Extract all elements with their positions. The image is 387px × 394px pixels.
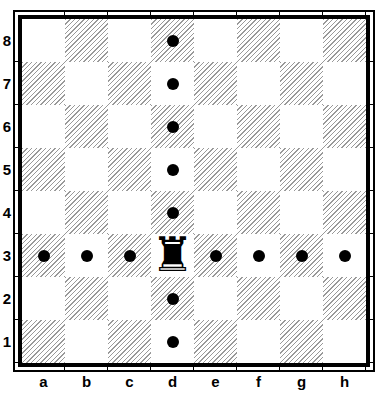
move-dot <box>167 293 179 305</box>
move-dot <box>167 164 179 176</box>
square-d3[interactable]: ♜ <box>151 234 194 277</box>
square-e8[interactable] <box>194 19 237 62</box>
square-g3[interactable] <box>280 234 323 277</box>
square-f1[interactable] <box>237 320 280 363</box>
square-c5[interactable] <box>108 148 151 191</box>
square-h1[interactable] <box>323 320 366 363</box>
square-h2[interactable] <box>323 277 366 320</box>
file-label-d: d <box>151 372 194 392</box>
move-dot <box>167 78 179 90</box>
file-label-a: a <box>22 372 65 392</box>
square-b1[interactable] <box>65 320 108 363</box>
square-h6[interactable] <box>323 105 366 148</box>
square-b2[interactable] <box>65 277 108 320</box>
square-a6[interactable] <box>22 105 65 148</box>
rank-label-7: 7 <box>0 62 14 105</box>
move-dot <box>167 121 179 133</box>
square-f6[interactable] <box>237 105 280 148</box>
square-h8[interactable] <box>323 19 366 62</box>
square-a3[interactable] <box>22 234 65 277</box>
square-a8[interactable] <box>22 19 65 62</box>
rank-label-2: 2 <box>0 277 14 320</box>
square-e7[interactable] <box>194 62 237 105</box>
square-f4[interactable] <box>237 191 280 234</box>
square-h5[interactable] <box>323 148 366 191</box>
move-dot <box>167 336 179 348</box>
square-f8[interactable] <box>237 19 280 62</box>
chess-board: ♜ <box>13 10 375 372</box>
square-e3[interactable] <box>194 234 237 277</box>
square-e5[interactable] <box>194 148 237 191</box>
move-dot <box>210 250 222 262</box>
file-label-b: b <box>65 372 108 392</box>
file-label-c: c <box>108 372 151 392</box>
frame-ticks-right <box>370 19 373 363</box>
file-label-f: f <box>237 372 280 392</box>
square-c8[interactable] <box>108 19 151 62</box>
square-g2[interactable] <box>280 277 323 320</box>
square-e1[interactable] <box>194 320 237 363</box>
square-c3[interactable] <box>108 234 151 277</box>
file-label-h: h <box>323 372 366 392</box>
square-g6[interactable] <box>280 105 323 148</box>
square-g7[interactable] <box>280 62 323 105</box>
square-a2[interactable] <box>22 277 65 320</box>
square-c1[interactable] <box>108 320 151 363</box>
square-b3[interactable] <box>65 234 108 277</box>
square-e4[interactable] <box>194 191 237 234</box>
file-label-g: g <box>280 372 323 392</box>
square-b5[interactable] <box>65 148 108 191</box>
board-frame: ♜ <box>18 15 370 367</box>
move-dot <box>38 250 50 262</box>
square-f7[interactable] <box>237 62 280 105</box>
square-a4[interactable] <box>22 191 65 234</box>
rank-label-1: 1 <box>0 320 14 363</box>
square-c4[interactable] <box>108 191 151 234</box>
square-c7[interactable] <box>108 62 151 105</box>
board-grid: ♜ <box>22 19 366 363</box>
square-e6[interactable] <box>194 105 237 148</box>
move-dot <box>167 207 179 219</box>
square-g8[interactable] <box>280 19 323 62</box>
move-dot <box>296 250 308 262</box>
frame-ticks-bottom <box>22 367 366 370</box>
square-d7[interactable] <box>151 62 194 105</box>
square-d8[interactable] <box>151 19 194 62</box>
square-g1[interactable] <box>280 320 323 363</box>
square-h3[interactable] <box>323 234 366 277</box>
square-b8[interactable] <box>65 19 108 62</box>
square-d1[interactable] <box>151 320 194 363</box>
square-d2[interactable] <box>151 277 194 320</box>
square-f3[interactable] <box>237 234 280 277</box>
move-dot <box>81 250 93 262</box>
move-dot <box>167 35 179 47</box>
square-a5[interactable] <box>22 148 65 191</box>
square-c6[interactable] <box>108 105 151 148</box>
square-h7[interactable] <box>323 62 366 105</box>
move-dot <box>253 250 265 262</box>
move-dot <box>339 250 351 262</box>
square-h4[interactable] <box>323 191 366 234</box>
rank-label-4: 4 <box>0 191 14 234</box>
square-a1[interactable] <box>22 320 65 363</box>
square-d5[interactable] <box>151 148 194 191</box>
black-rook: ♜ <box>151 233 194 276</box>
file-labels: a b c d e f g h <box>22 372 366 392</box>
file-label-e: e <box>194 372 237 392</box>
rank-label-8: 8 <box>0 19 14 62</box>
square-a7[interactable] <box>22 62 65 105</box>
square-b6[interactable] <box>65 105 108 148</box>
rank-labels: 8 7 6 5 4 3 2 1 <box>0 19 14 363</box>
square-e2[interactable] <box>194 277 237 320</box>
chess-diagram-page: 8 7 6 5 4 3 2 1 ♜ a b c d e f g h <box>0 0 387 394</box>
rank-label-6: 6 <box>0 105 14 148</box>
square-g4[interactable] <box>280 191 323 234</box>
square-f5[interactable] <box>237 148 280 191</box>
square-d6[interactable] <box>151 105 194 148</box>
square-c2[interactable] <box>108 277 151 320</box>
square-g5[interactable] <box>280 148 323 191</box>
rank-label-3: 3 <box>0 234 14 277</box>
move-dot <box>124 250 136 262</box>
rank-label-5: 5 <box>0 148 14 191</box>
square-f2[interactable] <box>237 277 280 320</box>
square-b7[interactable] <box>65 62 108 105</box>
square-b4[interactable] <box>65 191 108 234</box>
